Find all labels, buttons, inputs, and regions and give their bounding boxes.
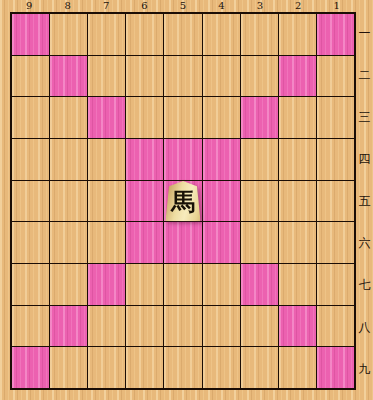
square-1g[interactable] [317, 264, 354, 305]
square-9d[interactable] [12, 139, 49, 180]
square-9g[interactable] [12, 264, 49, 305]
square-5f[interactable] [164, 222, 201, 263]
square-6e[interactable] [126, 181, 163, 222]
square-3f[interactable] [241, 222, 278, 263]
square-6h[interactable] [126, 306, 163, 347]
square-1h[interactable] [317, 306, 354, 347]
file-label-5: 5 [164, 0, 202, 11]
square-5g[interactable] [164, 264, 201, 305]
square-1d[interactable] [317, 139, 354, 180]
square-9h[interactable] [12, 306, 49, 347]
square-6a[interactable] [126, 14, 163, 55]
square-2h[interactable] [279, 306, 316, 347]
rank-coordinates: 一二三四五六七八九 [356, 12, 373, 390]
file-label-3: 3 [241, 0, 279, 11]
rank-label-2: 二 [356, 54, 373, 96]
rank-label-1: 一 [356, 12, 373, 54]
file-label-2: 2 [279, 0, 317, 11]
file-coordinates: 987654321 [10, 0, 356, 11]
square-4b[interactable] [203, 56, 240, 97]
square-8f[interactable] [50, 222, 87, 263]
square-4d[interactable] [203, 139, 240, 180]
square-8d[interactable] [50, 139, 87, 180]
square-6d[interactable] [126, 139, 163, 180]
square-3h[interactable] [241, 306, 278, 347]
square-2e[interactable] [279, 181, 316, 222]
square-2f[interactable] [279, 222, 316, 263]
square-2g[interactable] [279, 264, 316, 305]
square-6b[interactable] [126, 56, 163, 97]
square-6f[interactable] [126, 222, 163, 263]
square-7a[interactable] [88, 14, 125, 55]
square-7h[interactable] [88, 306, 125, 347]
rank-label-7: 七 [356, 264, 373, 306]
square-5i[interactable] [164, 347, 201, 388]
square-1f[interactable] [317, 222, 354, 263]
square-2i[interactable] [279, 347, 316, 388]
square-8h[interactable] [50, 306, 87, 347]
square-9c[interactable] [12, 97, 49, 138]
square-7i[interactable] [88, 347, 125, 388]
square-7g[interactable] [88, 264, 125, 305]
square-1b[interactable] [317, 56, 354, 97]
rank-label-6: 六 [356, 222, 373, 264]
square-1i[interactable] [317, 347, 354, 388]
square-5a[interactable] [164, 14, 201, 55]
square-7e[interactable] [88, 181, 125, 222]
rank-label-4: 四 [356, 138, 373, 180]
square-8e[interactable] [50, 181, 87, 222]
file-label-1: 1 [318, 0, 356, 11]
file-label-7: 7 [87, 0, 125, 11]
square-7f[interactable] [88, 222, 125, 263]
square-3g[interactable] [241, 264, 278, 305]
square-6g[interactable] [126, 264, 163, 305]
square-4c[interactable] [203, 97, 240, 138]
square-3d[interactable] [241, 139, 278, 180]
square-2c[interactable] [279, 97, 316, 138]
square-4a[interactable] [203, 14, 240, 55]
square-9f[interactable] [12, 222, 49, 263]
square-6c[interactable] [126, 97, 163, 138]
square-1c[interactable] [317, 97, 354, 138]
shogi-piece-dragon-horse-promoted-bishop[interactable]: 馬 [165, 181, 200, 221]
square-8c[interactable] [50, 97, 87, 138]
square-4e[interactable] [203, 181, 240, 222]
square-7d[interactable] [88, 139, 125, 180]
square-3c[interactable] [241, 97, 278, 138]
rank-label-3: 三 [356, 96, 373, 138]
square-6i[interactable] [126, 347, 163, 388]
square-8a[interactable] [50, 14, 87, 55]
rank-label-5: 五 [356, 180, 373, 222]
square-5e[interactable]: 馬 [164, 181, 201, 222]
square-7b[interactable] [88, 56, 125, 97]
square-7c[interactable] [88, 97, 125, 138]
square-9e[interactable] [12, 181, 49, 222]
square-1e[interactable] [317, 181, 354, 222]
square-4h[interactable] [203, 306, 240, 347]
square-9b[interactable] [12, 56, 49, 97]
square-5b[interactable] [164, 56, 201, 97]
square-3i[interactable] [241, 347, 278, 388]
square-8b[interactable] [50, 56, 87, 97]
square-4g[interactable] [203, 264, 240, 305]
rank-label-9: 九 [356, 348, 373, 390]
square-8i[interactable] [50, 347, 87, 388]
file-label-4: 4 [202, 0, 240, 11]
square-3e[interactable] [241, 181, 278, 222]
file-label-8: 8 [48, 0, 86, 11]
square-2a[interactable] [279, 14, 316, 55]
square-2d[interactable] [279, 139, 316, 180]
square-3a[interactable] [241, 14, 278, 55]
shogi-diagram: 987654321 一二三四五六七八九 馬 [0, 0, 373, 400]
square-3b[interactable] [241, 56, 278, 97]
file-label-6: 6 [125, 0, 163, 11]
square-4f[interactable] [203, 222, 240, 263]
square-9a[interactable] [12, 14, 49, 55]
square-9i[interactable] [12, 347, 49, 388]
shogi-board: 馬 [10, 12, 356, 390]
square-2b[interactable] [279, 56, 316, 97]
square-8g[interactable] [50, 264, 87, 305]
square-5c[interactable] [164, 97, 201, 138]
rank-label-8: 八 [356, 306, 373, 348]
square-5d[interactable] [164, 139, 201, 180]
square-5h[interactable] [164, 306, 201, 347]
file-label-9: 9 [10, 0, 48, 11]
square-1a[interactable] [317, 14, 354, 55]
piece-kanji: 馬 [165, 189, 200, 215]
square-4i[interactable] [203, 347, 240, 388]
